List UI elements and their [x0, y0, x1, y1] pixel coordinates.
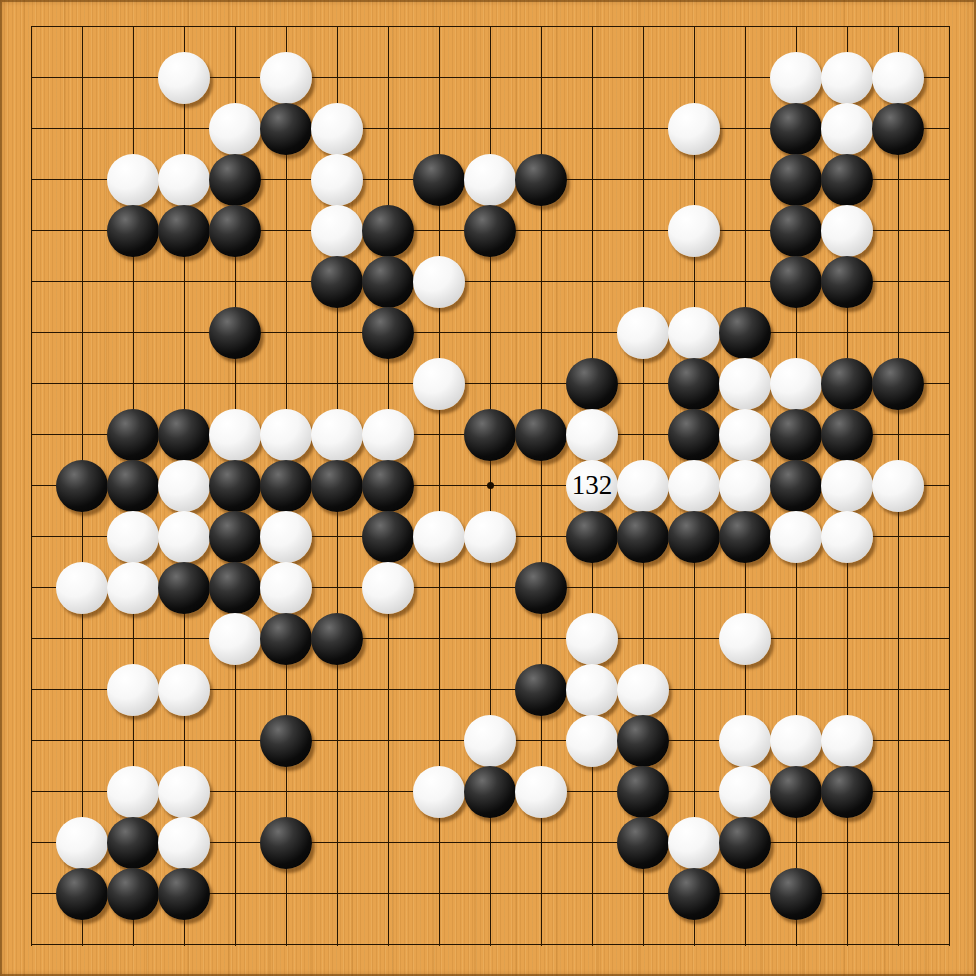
stone-black: [668, 358, 720, 410]
stone-black: [566, 511, 618, 563]
stone-white: [821, 460, 873, 512]
stone-white: [668, 205, 720, 257]
stone-white: [872, 52, 924, 104]
stone-black: [107, 205, 159, 257]
stone-black: [464, 409, 516, 461]
stone-white: [158, 817, 210, 869]
stone-black: [362, 511, 414, 563]
stone-white: [464, 154, 516, 206]
stone-white: [617, 664, 669, 716]
stone-white: [413, 766, 465, 818]
stone-white: [719, 715, 771, 767]
stone-white: [311, 409, 363, 461]
stone-white: [311, 154, 363, 206]
stone-white: [158, 664, 210, 716]
stone-black: [158, 868, 210, 920]
stone-black: [566, 358, 618, 410]
stone-black: [770, 868, 822, 920]
stone-white: [107, 154, 159, 206]
stone-white: [617, 307, 669, 359]
stone-black: [362, 205, 414, 257]
stone-black: [260, 613, 312, 665]
stone-black: [209, 154, 261, 206]
stone-white: [821, 103, 873, 155]
stone-white: [107, 766, 159, 818]
stone-black: [668, 511, 720, 563]
stone-white: [107, 511, 159, 563]
stone-white: [719, 613, 771, 665]
stone-black: [362, 307, 414, 359]
stone-black: [515, 409, 567, 461]
stone-black: [362, 460, 414, 512]
stone-white: [515, 766, 567, 818]
stone-black: [107, 817, 159, 869]
stone-white: [260, 409, 312, 461]
stone-white: [821, 715, 873, 767]
stone-white: [566, 715, 618, 767]
stone-white: [209, 409, 261, 461]
stone-white: [158, 52, 210, 104]
stone-black: [209, 205, 261, 257]
stone-white: [770, 358, 822, 410]
stone-white: [413, 358, 465, 410]
stone-black: [668, 409, 720, 461]
stone-white: [56, 817, 108, 869]
stone-white: [311, 103, 363, 155]
stone-white: [464, 511, 516, 563]
stone-black: [668, 868, 720, 920]
stone-white: [668, 103, 720, 155]
stone-black: [158, 409, 210, 461]
stone-white: [260, 511, 312, 563]
stone-white: [311, 205, 363, 257]
stone-white: [770, 52, 822, 104]
stone-black: [107, 868, 159, 920]
stone-black: [311, 256, 363, 308]
stone-white: [821, 52, 873, 104]
stone-black: [617, 715, 669, 767]
stone-black: [158, 562, 210, 614]
stone-black: [770, 409, 822, 461]
stone-black: [515, 154, 567, 206]
stone-white: [158, 154, 210, 206]
stone-white: [770, 715, 822, 767]
stone-black: [821, 256, 873, 308]
stone-black: [260, 103, 312, 155]
grid-line-vertical: [31, 27, 32, 946]
grid-line-vertical: [949, 27, 950, 946]
stone-black: [821, 409, 873, 461]
grid-line-horizontal: [31, 944, 950, 945]
stone-black: [107, 460, 159, 512]
stone-white: [107, 664, 159, 716]
stone-black: [617, 511, 669, 563]
stone-black: [56, 460, 108, 512]
stone-white: [668, 307, 720, 359]
stone-black: [209, 460, 261, 512]
stone-black: [362, 256, 414, 308]
stone-white: [362, 409, 414, 461]
stone-white: 132: [566, 460, 618, 512]
stone-white: [719, 409, 771, 461]
stone-black: [515, 562, 567, 614]
stone-white: [56, 562, 108, 614]
stone-black: [413, 154, 465, 206]
stone-white: [413, 256, 465, 308]
stone-white: [770, 511, 822, 563]
stone-white: [872, 460, 924, 512]
stone-black: [770, 256, 822, 308]
stone-black: [872, 358, 924, 410]
stone-black: [821, 154, 873, 206]
star-point: [487, 482, 494, 489]
go-board[interactable]: 132: [0, 0, 976, 976]
stone-black: [209, 562, 261, 614]
stone-black: [260, 715, 312, 767]
stone-white: [668, 817, 720, 869]
stone-white: [617, 460, 669, 512]
stone-white: [107, 562, 159, 614]
stone-black: [158, 205, 210, 257]
stone-black: [719, 511, 771, 563]
stone-black: [260, 817, 312, 869]
stone-black: [770, 460, 822, 512]
stone-white: [668, 460, 720, 512]
stone-black: [617, 766, 669, 818]
move-number-label: 132: [566, 460, 618, 512]
stone-black: [209, 511, 261, 563]
grid-line-horizontal: [31, 638, 950, 639]
stone-white: [821, 205, 873, 257]
stone-black: [209, 307, 261, 359]
stone-white: [464, 715, 516, 767]
stone-white: [566, 409, 618, 461]
stone-black: [311, 613, 363, 665]
stone-black: [872, 103, 924, 155]
stone-black: [311, 460, 363, 512]
stone-black: [821, 358, 873, 410]
stone-white: [158, 511, 210, 563]
stone-white: [566, 664, 618, 716]
stone-white: [821, 511, 873, 563]
stone-white: [158, 460, 210, 512]
stone-black: [515, 664, 567, 716]
stone-black: [260, 460, 312, 512]
stone-white: [413, 511, 465, 563]
stone-black: [770, 205, 822, 257]
stone-white: [566, 613, 618, 665]
stone-white: [209, 613, 261, 665]
stone-black: [770, 154, 822, 206]
stone-black: [719, 307, 771, 359]
stone-black: [56, 868, 108, 920]
stone-black: [107, 409, 159, 461]
stone-black: [770, 103, 822, 155]
stone-white: [209, 103, 261, 155]
stone-black: [719, 817, 771, 869]
stone-white: [260, 562, 312, 614]
stone-white: [362, 562, 414, 614]
stone-black: [821, 766, 873, 818]
stone-white: [719, 460, 771, 512]
stone-black: [464, 205, 516, 257]
stone-white: [260, 52, 312, 104]
stone-black: [464, 766, 516, 818]
stone-white: [158, 766, 210, 818]
stone-black: [617, 817, 669, 869]
stone-white: [719, 358, 771, 410]
stone-black: [770, 766, 822, 818]
stone-white: [719, 766, 771, 818]
